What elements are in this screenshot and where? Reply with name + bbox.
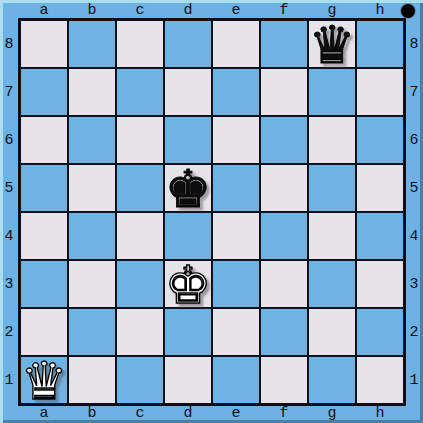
square-b7[interactable] (68, 68, 116, 116)
square-f2[interactable] (260, 308, 308, 356)
square-a5[interactable] (20, 164, 68, 212)
file-label-b: b (68, 404, 116, 423)
piece-white-queen[interactable]: ♛ (21, 357, 68, 405)
square-c8[interactable] (116, 20, 164, 68)
piece-white-king[interactable]: ♚ (165, 261, 212, 309)
square-b3[interactable] (68, 260, 116, 308)
rank-label-6: 6 (0, 116, 18, 164)
rank-label-3: 3 (405, 260, 423, 308)
square-e5[interactable] (212, 164, 260, 212)
chess-board-frame: abcdefgh abcdefgh 87654321 87654321 ♛♚♚♛ (0, 0, 423, 423)
file-label-g: g (308, 404, 356, 423)
rank-label-4: 4 (0, 212, 18, 260)
square-c1[interactable] (116, 356, 164, 404)
square-f8[interactable] (260, 20, 308, 68)
square-c5[interactable] (116, 164, 164, 212)
rank-label-5: 5 (0, 164, 18, 212)
square-d5[interactable]: ♚ (164, 164, 212, 212)
square-f5[interactable] (260, 164, 308, 212)
square-e2[interactable] (212, 308, 260, 356)
square-g5[interactable] (308, 164, 356, 212)
square-c7[interactable] (116, 68, 164, 116)
square-h4[interactable] (356, 212, 404, 260)
rank-labels-left: 87654321 (0, 20, 18, 404)
square-d2[interactable] (164, 308, 212, 356)
square-b4[interactable] (68, 212, 116, 260)
square-a8[interactable] (20, 20, 68, 68)
square-b1[interactable] (68, 356, 116, 404)
square-g8[interactable]: ♛ (308, 20, 356, 68)
square-g2[interactable] (308, 308, 356, 356)
rank-label-2: 2 (405, 308, 423, 356)
square-f4[interactable] (260, 212, 308, 260)
square-h1[interactable] (356, 356, 404, 404)
rank-label-7: 7 (0, 68, 18, 116)
square-d3[interactable]: ♚ (164, 260, 212, 308)
square-b2[interactable] (68, 308, 116, 356)
square-e3[interactable] (212, 260, 260, 308)
square-f3[interactable] (260, 260, 308, 308)
square-e6[interactable] (212, 116, 260, 164)
rank-label-6: 6 (405, 116, 423, 164)
square-f6[interactable] (260, 116, 308, 164)
square-c3[interactable] (116, 260, 164, 308)
square-g3[interactable] (308, 260, 356, 308)
square-e7[interactable] (212, 68, 260, 116)
square-h7[interactable] (356, 68, 404, 116)
rank-label-2: 2 (0, 308, 18, 356)
square-b8[interactable] (68, 20, 116, 68)
file-label-f: f (260, 404, 308, 423)
square-b5[interactable] (68, 164, 116, 212)
rank-labels-right: 87654321 (405, 20, 423, 404)
square-a6[interactable] (20, 116, 68, 164)
square-g7[interactable] (308, 68, 356, 116)
square-f7[interactable] (260, 68, 308, 116)
square-g1[interactable] (308, 356, 356, 404)
file-label-h: h (356, 404, 404, 423)
square-e4[interactable] (212, 212, 260, 260)
square-e8[interactable] (212, 20, 260, 68)
rank-label-8: 8 (0, 20, 18, 68)
square-h3[interactable] (356, 260, 404, 308)
square-h2[interactable] (356, 308, 404, 356)
file-label-d: d (164, 404, 212, 423)
square-d1[interactable] (164, 356, 212, 404)
file-label-c: c (116, 404, 164, 423)
square-a7[interactable] (20, 68, 68, 116)
chess-board: ♛♚♚♛ (18, 18, 406, 406)
rank-label-3: 3 (0, 260, 18, 308)
piece-black-queen[interactable]: ♛ (309, 21, 356, 69)
square-a4[interactable] (20, 212, 68, 260)
square-d4[interactable] (164, 212, 212, 260)
square-d6[interactable] (164, 116, 212, 164)
square-a2[interactable] (20, 308, 68, 356)
square-h6[interactable] (356, 116, 404, 164)
rank-label-7: 7 (405, 68, 423, 116)
file-label-e: e (212, 404, 260, 423)
rank-label-4: 4 (405, 212, 423, 260)
square-d8[interactable] (164, 20, 212, 68)
square-h5[interactable] (356, 164, 404, 212)
square-d7[interactable] (164, 68, 212, 116)
square-h8[interactable] (356, 20, 404, 68)
square-g6[interactable] (308, 116, 356, 164)
square-a3[interactable] (20, 260, 68, 308)
black-to-move-indicator (401, 4, 415, 18)
square-e1[interactable] (212, 356, 260, 404)
rank-label-8: 8 (405, 20, 423, 68)
square-c4[interactable] (116, 212, 164, 260)
rank-label-1: 1 (405, 356, 423, 404)
square-f1[interactable] (260, 356, 308, 404)
file-labels-bottom: abcdefgh (20, 404, 404, 422)
square-b6[interactable] (68, 116, 116, 164)
rank-label-1: 1 (0, 356, 18, 404)
rank-label-5: 5 (405, 164, 423, 212)
square-c6[interactable] (116, 116, 164, 164)
square-c2[interactable] (116, 308, 164, 356)
square-g4[interactable] (308, 212, 356, 260)
piece-black-king[interactable]: ♚ (165, 165, 212, 213)
square-a1[interactable]: ♛ (20, 356, 68, 404)
